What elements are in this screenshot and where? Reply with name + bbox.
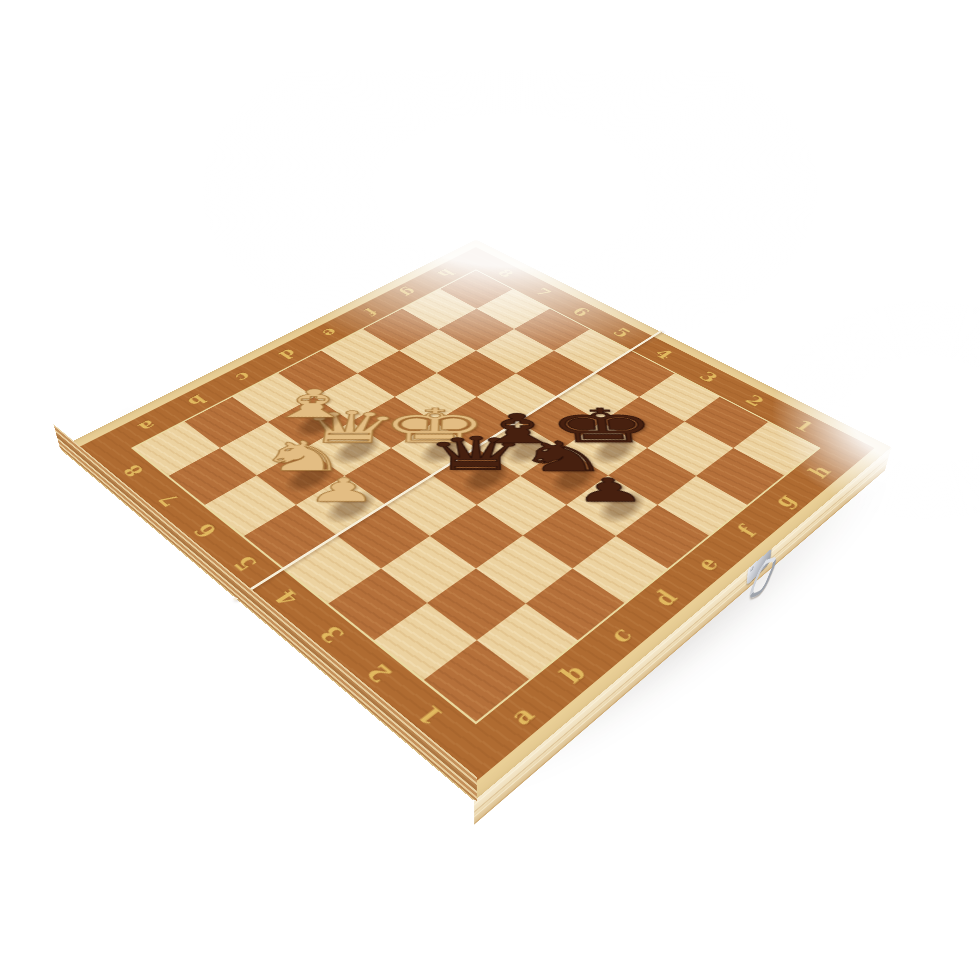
square-d3 [476, 476, 566, 536]
square-c3 [430, 505, 523, 569]
chess-board-3d: aabbccddeeffgghh1122334455667788 ♚♛♝♞♟♚♛… [59, 240, 893, 803]
chess-board: aabbccddeeffgghh1122334455667788 ♚♛♝♞♟♚♛… [59, 240, 893, 803]
square-b2 [427, 569, 526, 641]
square-c2 [476, 536, 572, 603]
square-c4 [386, 476, 476, 536]
product-photo-scene: aabbccddeeffgghh1122334455667788 ♚♛♝♞♟♚♛… [0, 0, 980, 980]
board-grid [131, 269, 821, 724]
latch-screw [750, 565, 754, 572]
